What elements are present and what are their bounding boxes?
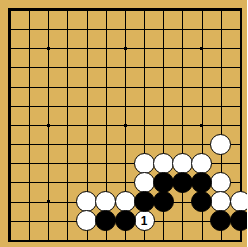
white-stone[interactable] — [115, 191, 136, 212]
star-point — [200, 47, 203, 50]
star-point — [200, 124, 203, 127]
black-stone[interactable] — [153, 172, 174, 193]
white-stone[interactable] — [230, 191, 248, 212]
black-stone[interactable] — [95, 210, 116, 231]
black-stone[interactable] — [210, 210, 231, 231]
star-point — [47, 200, 50, 203]
black-stone[interactable] — [153, 191, 174, 212]
black-stone[interactable] — [115, 210, 136, 231]
white-stone[interactable] — [172, 153, 193, 174]
black-stone[interactable] — [191, 172, 212, 193]
black-stone[interactable] — [191, 191, 212, 212]
black-stone[interactable] — [172, 172, 193, 193]
white-stone[interactable] — [76, 210, 97, 231]
white-stone[interactable] — [134, 153, 155, 174]
white-stone[interactable] — [76, 191, 97, 212]
star-point — [47, 47, 50, 50]
star-point — [47, 124, 50, 127]
white-stone[interactable] — [210, 172, 231, 193]
black-stone[interactable] — [134, 191, 155, 212]
go-board[interactable]: 1 — [0, 0, 247, 247]
white-stone[interactable] — [153, 153, 174, 174]
white-stone[interactable] — [134, 172, 155, 193]
star-point — [124, 47, 127, 50]
white-stone[interactable] — [210, 134, 231, 155]
star-point — [124, 124, 127, 127]
white-stone[interactable] — [134, 210, 155, 231]
white-stone[interactable] — [95, 191, 116, 212]
black-stone[interactable] — [230, 210, 248, 231]
go-board-diagram: 1 — [0, 0, 247, 247]
white-stone[interactable] — [210, 191, 231, 212]
white-stone[interactable] — [191, 153, 212, 174]
